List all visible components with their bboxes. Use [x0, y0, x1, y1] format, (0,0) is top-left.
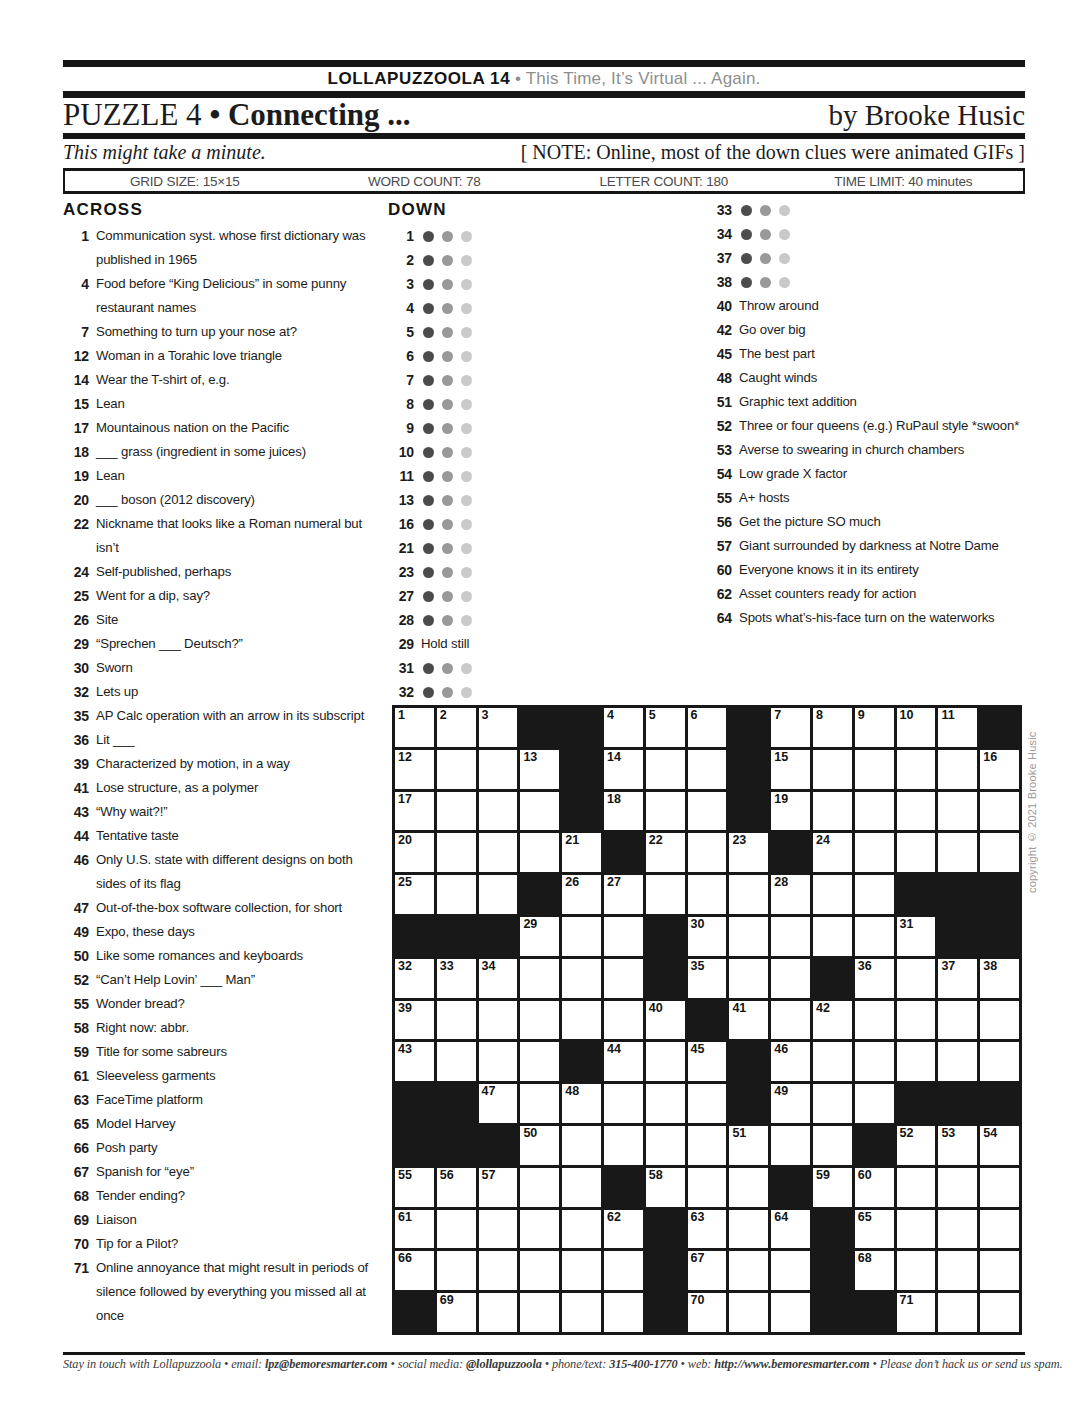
black-square	[855, 1126, 894, 1165]
masthead: LOLLAPUZZOOLA 14 • This Time, It’s Virtu…	[63, 66, 1025, 91]
grid-cell-r10c12[interactable]	[855, 1084, 894, 1123]
clue-29: 29Hold still	[388, 632, 688, 656]
grid-cell-r4c5[interactable]: 21	[562, 833, 601, 872]
black-square	[980, 1084, 1019, 1123]
cell-number: 46	[774, 1043, 788, 1056]
grid-cell-r2c14[interactable]	[938, 750, 977, 789]
grid-cell-r13c1[interactable]: 61	[395, 1210, 434, 1249]
grid-cell-r14c13[interactable]	[897, 1251, 936, 1290]
grid-cell-r5c7[interactable]	[646, 875, 685, 914]
clue-4: 4Food before “King Delicious” in some pu…	[63, 272, 381, 320]
clue-text: Woman in a Torahic love triangle	[96, 344, 381, 368]
grid-cell-r10c3[interactable]: 47	[479, 1084, 518, 1123]
grid-cell-r11c6[interactable]	[604, 1126, 643, 1165]
clue-number: 27	[388, 584, 414, 608]
clue-text: Sworn	[96, 656, 381, 680]
grid-cell-r5c6[interactable]: 27	[604, 875, 643, 914]
footer-contact-value: lpz@bemoresmarter.com	[265, 1357, 388, 1371]
grid-cell-r2c10[interactable]: 15	[771, 750, 810, 789]
grid-cell-r1c8[interactable]: 6	[688, 708, 727, 747]
grid-cell-r3c3[interactable]	[479, 792, 518, 831]
clue-42: 42Go over big	[706, 318, 1026, 342]
grid-cell-r15c2[interactable]: 69	[437, 1293, 476, 1332]
clue-number: 34	[706, 222, 732, 246]
cell-number: 64	[774, 1211, 788, 1224]
black-square	[604, 833, 643, 872]
grid-cell-r11c13[interactable]: 52	[897, 1126, 936, 1165]
cell-number: 23	[732, 834, 746, 847]
grid-cell-r2c2[interactable]	[437, 750, 476, 789]
clue-32: 32Lets up	[63, 680, 381, 704]
grid-cell-r11c8[interactable]	[688, 1126, 727, 1165]
grid-cell-r3c4[interactable]	[520, 792, 559, 831]
grid-cell-r9c4[interactable]	[520, 1042, 559, 1081]
grid-cell-r4c7[interactable]: 22	[646, 833, 685, 872]
grid-cell-r6c10[interactable]	[771, 917, 810, 956]
grid-cell-r2c11[interactable]	[813, 750, 852, 789]
grid-cell-r6c12[interactable]	[855, 917, 894, 956]
clue-text: Online annoyance that might result in pe…	[96, 1256, 381, 1328]
clue-number: 16	[388, 512, 414, 536]
grid-cell-r1c2[interactable]: 2	[437, 708, 476, 747]
grid-cell-r10c4[interactable]	[520, 1084, 559, 1123]
clue-number: 65	[63, 1112, 89, 1136]
black-square	[437, 1084, 476, 1123]
footer-text: • social media:	[388, 1357, 466, 1371]
clue-31: 31	[388, 656, 688, 680]
grid-cell-r12c7[interactable]: 58	[646, 1168, 685, 1207]
grid-cell-r12c15[interactable]	[980, 1168, 1019, 1207]
grid-cell-r13c8[interactable]: 63	[688, 1210, 727, 1249]
grid-cell-r11c14[interactable]: 53	[938, 1126, 977, 1165]
animated-gif-placeholder-dots	[423, 464, 472, 488]
grid-cell-r6c9[interactable]	[729, 917, 768, 956]
grid-cell-r15c8[interactable]: 70	[688, 1293, 727, 1332]
gif-dot	[423, 567, 434, 578]
grid-cell-r4c15[interactable]	[980, 833, 1019, 872]
grid-cell-r12c1[interactable]: 55	[395, 1168, 434, 1207]
gif-dot	[442, 519, 453, 530]
grid-cell-r3c10[interactable]: 19	[771, 792, 810, 831]
grid-cell-r14c14[interactable]	[938, 1251, 977, 1290]
clue-number: 21	[388, 536, 414, 560]
grid-cell-r1c7[interactable]: 5	[646, 708, 685, 747]
grid-cell-r14c8[interactable]: 67	[688, 1251, 727, 1290]
clue-number: 23	[388, 560, 414, 584]
cell-number: 30	[691, 918, 705, 931]
clue-number: 5	[388, 320, 414, 344]
grid-cell-r5c11[interactable]	[813, 875, 852, 914]
cell-number: 42	[816, 1002, 830, 1015]
grid-cell-r4c14[interactable]	[938, 833, 977, 872]
grid-cell-r14c2[interactable]	[437, 1251, 476, 1290]
grid-cell-r4c2[interactable]	[437, 833, 476, 872]
clue-4: 4	[388, 296, 688, 320]
clue-55: 55A+ hosts	[706, 486, 1026, 510]
grid-cell-r4c9[interactable]: 23	[729, 833, 768, 872]
animated-gif-placeholder-dots	[423, 416, 472, 440]
grid-cell-r11c15[interactable]: 54	[980, 1126, 1019, 1165]
grid-cell-r5c5[interactable]: 26	[562, 875, 601, 914]
grid-cell-r4c11[interactable]: 24	[813, 833, 852, 872]
grid-cell-r15c14[interactable]	[938, 1293, 977, 1332]
grid-cell-r12c11[interactable]: 59	[813, 1168, 852, 1207]
grid-cell-r9c3[interactable]	[479, 1042, 518, 1081]
grid-cell-r11c11[interactable]	[813, 1126, 852, 1165]
black-square	[729, 792, 768, 831]
clue-text: Liaison	[96, 1208, 381, 1232]
grid-cell-r2c3[interactable]	[479, 750, 518, 789]
cell-number: 43	[398, 1043, 412, 1056]
gif-note: [ NOTE: Online, most of the down clues w…	[521, 140, 1025, 164]
grid-cell-r6c5[interactable]	[562, 917, 601, 956]
gif-dot	[423, 279, 434, 290]
grid-cell-r3c2[interactable]	[437, 792, 476, 831]
grid-cell-r14c9[interactable]	[729, 1251, 768, 1290]
grid-cell-r1c14[interactable]: 11	[938, 708, 977, 747]
clue-number: 44	[63, 824, 89, 848]
clue-number: 6	[388, 344, 414, 368]
grid-cell-r5c10[interactable]: 28	[771, 875, 810, 914]
grid-cell-r7c15[interactable]: 38	[980, 959, 1019, 998]
grid-cell-r8c12[interactable]	[855, 1001, 894, 1040]
grid-cell-r5c9[interactable]	[729, 875, 768, 914]
grid-cell-r2c12[interactable]	[855, 750, 894, 789]
grid-cell-r9c15[interactable]	[980, 1042, 1019, 1081]
clue-number: 12	[63, 344, 89, 368]
grid-cell-r9c13[interactable]	[897, 1042, 936, 1081]
grid-cell-r8c5[interactable]	[562, 1001, 601, 1040]
gif-dot	[461, 231, 472, 242]
cell-number: 45	[691, 1043, 705, 1056]
gif-dot	[423, 327, 434, 338]
grid-cell-r11c7[interactable]	[646, 1126, 685, 1165]
grid-cell-r1c3[interactable]: 3	[479, 708, 518, 747]
grid-cell-r15c9[interactable]	[729, 1293, 768, 1332]
grid-cell-r4c12[interactable]	[855, 833, 894, 872]
grid-cell-r3c14[interactable]	[938, 792, 977, 831]
grid-cell-r2c7[interactable]	[646, 750, 685, 789]
grid-cell-r10c7[interactable]	[646, 1084, 685, 1123]
grid-cell-r2c1[interactable]: 12	[395, 750, 434, 789]
grid-cell-r15c5[interactable]	[562, 1293, 601, 1332]
black-square	[395, 1293, 434, 1332]
clue-number: 29	[63, 632, 89, 656]
grid-cell-r3c13[interactable]	[897, 792, 936, 831]
clue-text: Tentative taste	[96, 824, 381, 848]
grid-cell-r12c8[interactable]	[688, 1168, 727, 1207]
gif-dot	[423, 447, 434, 458]
grid-cell-r9c8[interactable]: 45	[688, 1042, 727, 1081]
grid-cell-r12c13[interactable]	[897, 1168, 936, 1207]
grid-cell-r9c2[interactable]	[437, 1042, 476, 1081]
grid-cell-r11c4[interactable]: 50	[520, 1126, 559, 1165]
clue-43: 43“Why wait?!”	[63, 800, 381, 824]
grid-cell-r3c6[interactable]: 18	[604, 792, 643, 831]
grid-cell-r1c13[interactable]: 10	[897, 708, 936, 747]
gif-dot	[423, 231, 434, 242]
grid-cell-r2c15[interactable]: 16	[980, 750, 1019, 789]
grid-cell-r1c12[interactable]: 9	[855, 708, 894, 747]
gif-dot	[461, 255, 472, 266]
grid-cell-r1c1[interactable]: 1	[395, 708, 434, 747]
clue-number: 55	[706, 486, 732, 510]
grid-cell-r13c14[interactable]	[938, 1210, 977, 1249]
grid-cell-r13c6[interactable]: 62	[604, 1210, 643, 1249]
grid-cell-r8c6[interactable]	[604, 1001, 643, 1040]
grid-cell-r12c2[interactable]: 56	[437, 1168, 476, 1207]
clue-20: 20___ boson (2012 discovery)	[63, 488, 381, 512]
clue-number: 59	[63, 1040, 89, 1064]
grid-cell-r7c3[interactable]: 34	[479, 959, 518, 998]
clue-number: 41	[63, 776, 89, 800]
grid-cell-r7c1[interactable]: 32	[395, 959, 434, 998]
gif-dot	[442, 375, 453, 386]
clue-text: Everyone knows it in its entirety	[739, 558, 1026, 582]
clue-25: 25Went for a dip, say?	[63, 584, 381, 608]
grid-cell-r13c3[interactable]	[479, 1210, 518, 1249]
grid-cell-r8c4[interactable]	[520, 1001, 559, 1040]
clue-49: 49Expo, these days	[63, 920, 381, 944]
grid-cell-r1c6[interactable]: 4	[604, 708, 643, 747]
clue-24: 24Self-published, perhaps	[63, 560, 381, 584]
black-square	[897, 1084, 936, 1123]
black-square	[813, 959, 852, 998]
clue-number: 11	[388, 464, 414, 488]
grid-cell-r11c9[interactable]: 51	[729, 1126, 768, 1165]
grid-cell-r3c7[interactable]	[646, 792, 685, 831]
clue-text: Lose structure, as a polymer	[96, 776, 381, 800]
grid-cell-r5c2[interactable]	[437, 875, 476, 914]
grid-cell-r13c15[interactable]	[980, 1210, 1019, 1249]
grid-cell-r9c1[interactable]: 43	[395, 1042, 434, 1081]
grid-cell-r13c12[interactable]: 65	[855, 1210, 894, 1249]
clue-text: Spanish for “eye”	[96, 1160, 381, 1184]
grid-cell-r14c1[interactable]: 66	[395, 1251, 434, 1290]
grid-cell-r5c3[interactable]	[479, 875, 518, 914]
grid-cell-r13c10[interactable]: 64	[771, 1210, 810, 1249]
grid-cell-r8c15[interactable]	[980, 1001, 1019, 1040]
clue-number: 31	[388, 656, 414, 680]
grid-cell-r10c11[interactable]	[813, 1084, 852, 1123]
clue-text: Graphic text addition	[739, 390, 1026, 414]
gif-dot	[779, 205, 790, 216]
grid-cell-r7c5[interactable]	[562, 959, 601, 998]
cell-number: 4	[607, 709, 614, 722]
clue-text: AP Calc operation with an arrow in its s…	[96, 704, 381, 728]
grid-cell-r5c1[interactable]: 25	[395, 875, 434, 914]
clue-number: 26	[63, 608, 89, 632]
clue-number: 14	[63, 368, 89, 392]
clue-number: 68	[63, 1184, 89, 1208]
grid-cell-r10c10[interactable]: 49	[771, 1084, 810, 1123]
clue-number: 43	[63, 800, 89, 824]
clue-number: 10	[388, 440, 414, 464]
grid-cell-r7c12[interactable]: 36	[855, 959, 894, 998]
animated-gif-placeholder-dots	[423, 248, 472, 272]
animated-gif-placeholder-dots	[423, 320, 472, 344]
grid-cell-r12c3[interactable]: 57	[479, 1168, 518, 1207]
grid-cell-r8c9[interactable]: 41	[729, 1001, 768, 1040]
grid-cell-r9c14[interactable]	[938, 1042, 977, 1081]
black-square	[729, 708, 768, 747]
clue-45: 45The best part	[706, 342, 1026, 366]
gif-dot	[461, 327, 472, 338]
grid-cell-r13c5[interactable]	[562, 1210, 601, 1249]
grid-cell-r12c9[interactable]	[729, 1168, 768, 1207]
grid-cell-r13c9[interactable]	[729, 1210, 768, 1249]
grid-cell-r2c8[interactable]	[688, 750, 727, 789]
grid-cell-r14c6[interactable]	[604, 1251, 643, 1290]
cell-number: 35	[691, 960, 705, 973]
clue-number: 36	[63, 728, 89, 752]
clue-text: “Can’t Help Lovin’ ___ Man”	[96, 968, 381, 992]
clue-26: 26Site	[63, 608, 381, 632]
grid-cell-r2c13[interactable]	[897, 750, 936, 789]
grid-cell-r7c4[interactable]	[520, 959, 559, 998]
cell-number: 27	[607, 876, 621, 889]
clue-10: 10	[388, 440, 688, 464]
clue-65: 65Model Harvey	[63, 1112, 381, 1136]
clue-text: “Sprechen ___ Deutsch?”	[96, 632, 381, 656]
cell-number: 50	[523, 1127, 537, 1140]
grid-cell-r9c7[interactable]	[646, 1042, 685, 1081]
clue-2: 2	[388, 248, 688, 272]
clue-36: 36Lit ___	[63, 728, 381, 752]
grid-cell-r15c15[interactable]	[980, 1293, 1019, 1332]
cell-number: 6	[691, 709, 698, 722]
grid-cell-r7c2[interactable]: 33	[437, 959, 476, 998]
down-clue-list-2: 3334373840Throw around42Go over big45The…	[706, 198, 1026, 630]
grid-cell-r3c1[interactable]: 17	[395, 792, 434, 831]
clue-61: 61Sleeveless garments	[63, 1064, 381, 1088]
clue-number: 54	[706, 462, 732, 486]
grid-cell-r6c8[interactable]: 30	[688, 917, 727, 956]
gif-dot	[461, 495, 472, 506]
clue-text: The best part	[739, 342, 1026, 366]
clue-number: 29	[388, 632, 414, 656]
clue-53: 53Averse to swearing in church chambers	[706, 438, 1026, 462]
grid-cell-r15c3[interactable]	[479, 1293, 518, 1332]
grid-cell-r8c2[interactable]	[437, 1001, 476, 1040]
grid-cell-r8c14[interactable]	[938, 1001, 977, 1040]
animated-gif-placeholder-dots	[423, 512, 472, 536]
grid-cell-r9c11[interactable]	[813, 1042, 852, 1081]
cell-number: 65	[858, 1211, 872, 1224]
grid-cell-r7c6[interactable]	[604, 959, 643, 998]
grid-cell-r8c7[interactable]: 40	[646, 1001, 685, 1040]
grid-cell-r12c5[interactable]	[562, 1168, 601, 1207]
black-square	[646, 917, 685, 956]
clue-number: 32	[388, 680, 414, 704]
grid-cell-r4c13[interactable]	[897, 833, 936, 872]
grid-cell-r5c12[interactable]	[855, 875, 894, 914]
clue-5: 5	[388, 320, 688, 344]
grid-cell-r14c12[interactable]: 68	[855, 1251, 894, 1290]
grid-cell-r7c10[interactable]	[771, 959, 810, 998]
grid-cell-r4c3[interactable]	[479, 833, 518, 872]
grid-cell-r1c11[interactable]: 8	[813, 708, 852, 747]
grid-cell-r3c15[interactable]	[980, 792, 1019, 831]
grid-cell-r13c2[interactable]	[437, 1210, 476, 1249]
grid-cell-r8c11[interactable]: 42	[813, 1001, 852, 1040]
grid-cell-r3c11[interactable]	[813, 792, 852, 831]
grid-cell-r4c8[interactable]	[688, 833, 727, 872]
clue-29: 29“Sprechen ___ Deutsch?”	[63, 632, 381, 656]
grid-cell-r6c13[interactable]: 31	[897, 917, 936, 956]
grid-cell-r2c4[interactable]: 13	[520, 750, 559, 789]
clue-7: 7Something to turn up your nose at?	[63, 320, 381, 344]
grid-cell-r9c6[interactable]: 44	[604, 1042, 643, 1081]
grid-cell-r14c3[interactable]	[479, 1251, 518, 1290]
grid-cell-r6c11[interactable]	[813, 917, 852, 956]
grid-cell-r14c4[interactable]	[520, 1251, 559, 1290]
grid-cell-r3c8[interactable]	[688, 792, 727, 831]
grid-cell-r6c4[interactable]: 29	[520, 917, 559, 956]
grid-cell-r7c13[interactable]	[897, 959, 936, 998]
grid-cell-r14c15[interactable]	[980, 1251, 1019, 1290]
grid-cell-r13c13[interactable]	[897, 1210, 936, 1249]
grid-cell-r15c13[interactable]: 71	[897, 1293, 936, 1332]
grid-cell-r8c1[interactable]: 39	[395, 1001, 434, 1040]
grid-cell-r7c8[interactable]: 35	[688, 959, 727, 998]
grid-cell-r12c4[interactable]	[520, 1168, 559, 1207]
grid-cell-r7c14[interactable]: 37	[938, 959, 977, 998]
grid-cell-r3c12[interactable]	[855, 792, 894, 831]
animated-gif-placeholder-dots	[423, 368, 472, 392]
grid-cell-r10c8[interactable]	[688, 1084, 727, 1123]
gif-dot	[423, 423, 434, 434]
grid-cell-r9c12[interactable]	[855, 1042, 894, 1081]
clue-number: 67	[63, 1160, 89, 1184]
grid-cell-r15c10[interactable]	[771, 1293, 810, 1332]
grid-cell-r11c5[interactable]	[562, 1126, 601, 1165]
clue-text: ___ boson (2012 discovery)	[96, 488, 381, 512]
grid-cell-r10c6[interactable]	[604, 1084, 643, 1123]
cell-number: 71	[900, 1294, 914, 1307]
grid-cell-r2c6[interactable]: 14	[604, 750, 643, 789]
grid-cell-r13c4[interactable]	[520, 1210, 559, 1249]
clue-text: Title for some sabreurs	[96, 1040, 381, 1064]
cell-number: 33	[440, 960, 454, 973]
animated-gif-placeholder-dots	[423, 488, 472, 512]
black-square	[646, 1293, 685, 1332]
grid-cell-r15c4[interactable]	[520, 1293, 559, 1332]
grid-cell-r4c4[interactable]	[520, 833, 559, 872]
grid-cell-r7c9[interactable]	[729, 959, 768, 998]
grid-cell-r14c5[interactable]	[562, 1251, 601, 1290]
clue-15: 15Lean	[63, 392, 381, 416]
grid-cell-r4c1[interactable]: 20	[395, 833, 434, 872]
grid-cell-r6c6[interactable]	[604, 917, 643, 956]
grid-cell-r12c14[interactable]	[938, 1168, 977, 1207]
clue-6: 6	[388, 344, 688, 368]
gif-dot	[442, 447, 453, 458]
grid-cell-r10c5[interactable]: 48	[562, 1084, 601, 1123]
clue-number: 69	[63, 1208, 89, 1232]
grid-cell-r1c10[interactable]: 7	[771, 708, 810, 747]
grid-cell-r5c8[interactable]	[688, 875, 727, 914]
grid-cell-r8c10[interactable]	[771, 1001, 810, 1040]
grid-cell-r14c10[interactable]	[771, 1251, 810, 1290]
grid-cell-r8c3[interactable]	[479, 1001, 518, 1040]
animated-gif-placeholder-dots	[423, 584, 472, 608]
grid-cell-r12c12[interactable]: 60	[855, 1168, 894, 1207]
grid-cell-r8c13[interactable]	[897, 1001, 936, 1040]
grid-cell-r15c6[interactable]	[604, 1293, 643, 1332]
grid-cell-r9c10[interactable]: 46	[771, 1042, 810, 1081]
grid-cell-r11c10[interactable]	[771, 1126, 810, 1165]
